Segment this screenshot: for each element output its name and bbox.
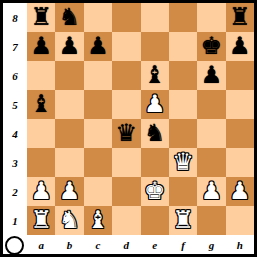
square-a5[interactable]: ♝ — [27, 90, 55, 119]
square-a4[interactable] — [27, 119, 55, 148]
white-pawn-icon: ♟ — [201, 179, 223, 203]
rank-label-5: 5 — [3, 90, 27, 119]
white-rook-icon: ♜ — [30, 208, 52, 232]
black-pawn-icon: ♟ — [229, 34, 251, 58]
square-d8[interactable] — [112, 3, 140, 32]
file-label-a: a — [27, 235, 55, 254]
square-h6[interactable] — [226, 61, 254, 90]
square-b6[interactable] — [55, 61, 83, 90]
square-d2[interactable] — [112, 177, 140, 206]
square-g4[interactable] — [197, 119, 225, 148]
white-pawn-icon: ♟ — [59, 179, 81, 203]
black-bishop-icon: ♝ — [30, 92, 52, 116]
square-c6[interactable] — [84, 61, 112, 90]
black-knight-icon: ♞ — [144, 121, 166, 145]
square-g2[interactable]: ♟ — [197, 177, 225, 206]
square-a1[interactable]: ♜ — [27, 206, 55, 235]
black-queen-icon: ♛ — [116, 121, 138, 145]
square-d7[interactable] — [112, 32, 140, 61]
square-e6[interactable]: ♝ — [141, 61, 169, 90]
square-h3[interactable] — [226, 148, 254, 177]
white-bishop-icon: ♝ — [87, 208, 109, 232]
square-e2[interactable]: ♚ — [141, 177, 169, 206]
square-b2[interactable]: ♟ — [55, 177, 83, 206]
square-b4[interactable] — [55, 119, 83, 148]
square-f3[interactable]: ♛ — [169, 148, 197, 177]
file-label-c: c — [84, 235, 112, 254]
rank-labels: 87654321 — [3, 3, 27, 235]
square-h2[interactable]: ♟ — [226, 177, 254, 206]
square-f1[interactable]: ♜ — [169, 206, 197, 235]
white-pawn-icon: ♟ — [229, 179, 251, 203]
square-f2[interactable] — [169, 177, 197, 206]
square-b8[interactable]: ♞ — [55, 3, 83, 32]
square-f4[interactable] — [169, 119, 197, 148]
square-f8[interactable] — [169, 3, 197, 32]
rank-label-8: 8 — [3, 3, 27, 32]
white-queen-icon: ♛ — [172, 150, 194, 174]
square-g1[interactable] — [197, 206, 225, 235]
square-d5[interactable] — [112, 90, 140, 119]
square-a7[interactable]: ♟ — [27, 32, 55, 61]
square-b7[interactable]: ♟ — [55, 32, 83, 61]
file-label-g: g — [197, 235, 225, 254]
square-h4[interactable] — [226, 119, 254, 148]
file-label-e: e — [141, 235, 169, 254]
rank-label-2: 2 — [3, 177, 27, 206]
square-e1[interactable] — [141, 206, 169, 235]
square-e4[interactable]: ♞ — [141, 119, 169, 148]
square-c3[interactable] — [84, 148, 112, 177]
file-label-f: f — [169, 235, 197, 254]
rank-label-3: 3 — [3, 148, 27, 177]
square-h8[interactable]: ♜ — [226, 3, 254, 32]
square-a6[interactable] — [27, 61, 55, 90]
square-g6[interactable]: ♟ — [197, 61, 225, 90]
square-b1[interactable]: ♞ — [55, 206, 83, 235]
square-d4[interactable]: ♛ — [112, 119, 140, 148]
square-c7[interactable]: ♟ — [84, 32, 112, 61]
square-g3[interactable] — [197, 148, 225, 177]
black-knight-icon: ♞ — [59, 5, 81, 29]
square-b3[interactable] — [55, 148, 83, 177]
square-f7[interactable] — [169, 32, 197, 61]
white-rook-icon: ♜ — [172, 208, 194, 232]
black-king-icon: ♚ — [201, 34, 223, 58]
black-pawn-icon: ♟ — [59, 34, 81, 58]
square-h5[interactable] — [226, 90, 254, 119]
file-label-b: b — [55, 235, 83, 254]
square-e3[interactable] — [141, 148, 169, 177]
chess-diagram: 87654321 ♜♞♜♟♟♟♚♟♝♟♝♟♛♞♛♟♟♚♟♟♜♞♝♜ abcdef… — [0, 0, 257, 257]
black-bishop-icon: ♝ — [144, 63, 166, 87]
black-pawn-icon: ♟ — [201, 63, 223, 87]
square-b5[interactable] — [55, 90, 83, 119]
file-label-d: d — [112, 235, 140, 254]
white-to-move-indicator — [5, 236, 24, 255]
square-e8[interactable] — [141, 3, 169, 32]
square-c4[interactable] — [84, 119, 112, 148]
black-pawn-icon: ♟ — [30, 34, 52, 58]
white-king-icon: ♚ — [144, 179, 166, 203]
square-g5[interactable] — [197, 90, 225, 119]
black-rook-icon: ♜ — [229, 5, 251, 29]
rank-label-4: 4 — [3, 119, 27, 148]
square-c2[interactable] — [84, 177, 112, 206]
white-pawn-icon: ♟ — [144, 92, 166, 116]
square-a8[interactable]: ♜ — [27, 3, 55, 32]
square-c8[interactable] — [84, 3, 112, 32]
square-a3[interactable] — [27, 148, 55, 177]
square-f5[interactable] — [169, 90, 197, 119]
file-label-h: h — [226, 235, 254, 254]
square-d6[interactable] — [112, 61, 140, 90]
chess-board[interactable]: ♜♞♜♟♟♟♚♟♝♟♝♟♛♞♛♟♟♚♟♟♜♞♝♜ — [27, 3, 254, 235]
square-f6[interactable] — [169, 61, 197, 90]
white-knight-icon: ♞ — [59, 208, 81, 232]
rank-label-6: 6 — [3, 61, 27, 90]
square-d3[interactable] — [112, 148, 140, 177]
black-pawn-icon: ♟ — [87, 34, 109, 58]
square-g7[interactable]: ♚ — [197, 32, 225, 61]
rank-label-7: 7 — [3, 32, 27, 61]
white-pawn-icon: ♟ — [30, 179, 52, 203]
black-rook-icon: ♜ — [30, 5, 52, 29]
square-e7[interactable] — [141, 32, 169, 61]
square-c5[interactable] — [84, 90, 112, 119]
file-labels: abcdefgh — [27, 235, 254, 254]
square-g8[interactable] — [197, 3, 225, 32]
rank-label-1: 1 — [3, 206, 27, 235]
square-h1[interactable] — [226, 206, 254, 235]
square-c1[interactable]: ♝ — [84, 206, 112, 235]
square-d1[interactable] — [112, 206, 140, 235]
square-e5[interactable]: ♟ — [141, 90, 169, 119]
square-h7[interactable]: ♟ — [226, 32, 254, 61]
square-a2[interactable]: ♟ — [27, 177, 55, 206]
